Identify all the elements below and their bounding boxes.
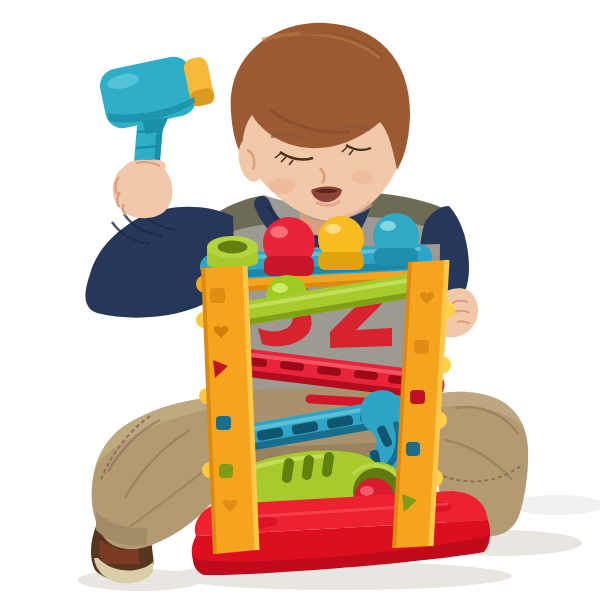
red-ball-cup	[264, 256, 314, 276]
post-cutout-square	[216, 416, 231, 430]
post-cutout-square	[219, 464, 233, 478]
cup-hole	[218, 241, 248, 254]
accessory-cup	[207, 236, 258, 268]
post-cutout-square	[210, 288, 225, 303]
photo-canvas	[0, 0, 600, 600]
post-cutout-square	[406, 442, 420, 456]
yellow-ball-highlight	[325, 224, 341, 234]
tunnel-ball-highlight	[360, 486, 374, 496]
post-cutout-square	[414, 340, 429, 354]
teal-ball-highlight	[380, 221, 396, 231]
head	[231, 23, 410, 221]
yellow-ball-cup	[318, 252, 364, 270]
cheek-blush-right	[351, 170, 373, 184]
post-cutout-square	[410, 390, 425, 404]
red-ball-highlight	[270, 226, 288, 238]
green-ball-highlight	[272, 283, 288, 293]
cheek-blush-left	[269, 178, 295, 194]
mallet-neck	[142, 118, 168, 134]
scene-illustration	[0, 0, 600, 600]
